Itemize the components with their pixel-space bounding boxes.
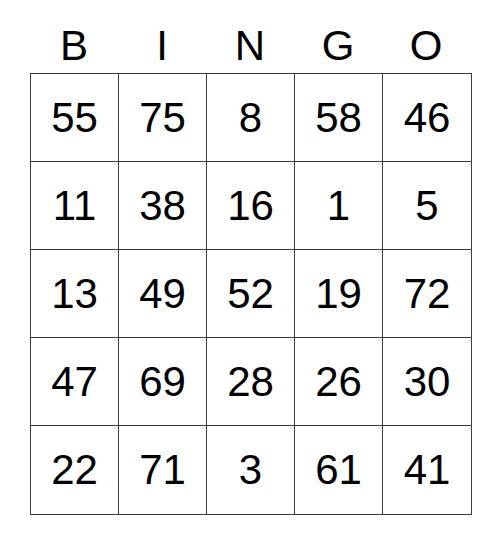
- header-letter-b: B: [30, 25, 118, 73]
- cell-r2c3[interactable]: 16: [207, 162, 295, 250]
- bingo-grid: 55 75 8 58 46 11 38 16 1 5 13 49 52 19 7…: [30, 73, 472, 515]
- cell-r5c5[interactable]: 41: [383, 426, 471, 514]
- cell-r5c1[interactable]: 22: [31, 426, 119, 514]
- cell-r3c3[interactable]: 52: [207, 250, 295, 338]
- cell-r4c1[interactable]: 47: [31, 338, 119, 426]
- cell-r5c3[interactable]: 3: [207, 426, 295, 514]
- header-letter-i: I: [118, 25, 206, 73]
- cell-r2c1[interactable]: 11: [31, 162, 119, 250]
- cell-r1c2[interactable]: 75: [119, 74, 207, 162]
- cell-r1c5[interactable]: 46: [383, 74, 471, 162]
- cell-r5c4[interactable]: 61: [295, 426, 383, 514]
- cell-r4c5[interactable]: 30: [383, 338, 471, 426]
- cell-r2c4[interactable]: 1: [295, 162, 383, 250]
- cell-r1c4[interactable]: 58: [295, 74, 383, 162]
- cell-r3c1[interactable]: 13: [31, 250, 119, 338]
- cell-r5c2[interactable]: 71: [119, 426, 207, 514]
- cell-r4c3[interactable]: 28: [207, 338, 295, 426]
- cell-r4c4[interactable]: 26: [295, 338, 383, 426]
- bingo-header: B I N G O: [30, 0, 472, 73]
- cell-r4c2[interactable]: 69: [119, 338, 207, 426]
- header-letter-g: G: [294, 25, 382, 73]
- header-letter-o: O: [382, 25, 470, 73]
- cell-r3c2[interactable]: 49: [119, 250, 207, 338]
- cell-r2c5[interactable]: 5: [383, 162, 471, 250]
- cell-r1c3[interactable]: 8: [207, 74, 295, 162]
- cell-r3c5[interactable]: 72: [383, 250, 471, 338]
- cell-r2c2[interactable]: 38: [119, 162, 207, 250]
- cell-r3c4[interactable]: 19: [295, 250, 383, 338]
- header-letter-n: N: [206, 25, 294, 73]
- cell-r1c1[interactable]: 55: [31, 74, 119, 162]
- bingo-card: B I N G O 55 75 8 58 46 11 38 16 1 5 13 …: [30, 0, 472, 515]
